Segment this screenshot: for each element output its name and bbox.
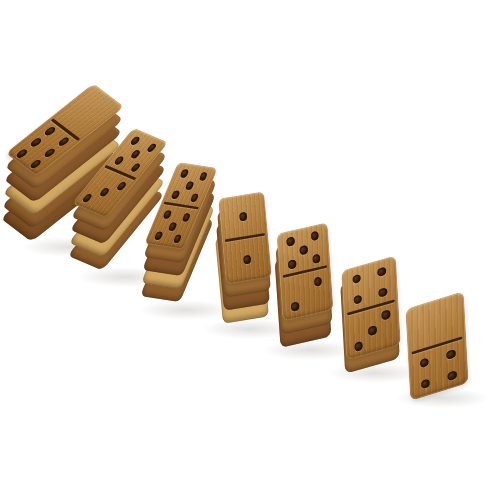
- pip: [180, 169, 189, 178]
- pip: [16, 148, 29, 158]
- domino-stack-2-five-three[interactable]: [89, 123, 151, 223]
- pip: [314, 276, 322, 286]
- domino-stack-7-blank-four[interactable]: [406, 296, 468, 396]
- pip: [291, 301, 299, 311]
- pip: [99, 187, 110, 197]
- pip: [353, 294, 362, 305]
- pip: [146, 143, 157, 153]
- pip: [377, 266, 386, 277]
- pip: [130, 163, 141, 173]
- pip: [421, 378, 430, 389]
- domino-half-near-1: [222, 234, 272, 284]
- pip: [199, 172, 208, 181]
- pip: [311, 231, 319, 241]
- pip: [30, 137, 43, 147]
- pip: [130, 136, 141, 146]
- domino-stack-5-five-two[interactable]: [274, 222, 336, 322]
- pip: [43, 148, 56, 158]
- pip: [82, 193, 93, 203]
- pip: [420, 357, 429, 368]
- pip: [163, 210, 172, 219]
- pip: [182, 213, 191, 222]
- pip: [190, 193, 199, 202]
- domino-stack-4-double-one[interactable]: [214, 188, 276, 288]
- pip: [288, 259, 296, 269]
- pip: [286, 236, 294, 246]
- dominoes-photo: [0, 0, 500, 500]
- pip: [448, 370, 457, 381]
- domino-face-5-2[interactable]: [277, 222, 334, 322]
- pip: [368, 325, 377, 336]
- pip: [243, 255, 251, 264]
- pip: [378, 287, 387, 298]
- domino-stack-6-four-three[interactable]: [340, 258, 402, 358]
- domino-stack-3-double-five[interactable]: [150, 156, 212, 256]
- pip: [312, 254, 320, 264]
- pip: [29, 159, 42, 169]
- stack-shadow: [138, 300, 234, 320]
- pip: [446, 349, 455, 360]
- domino-face-1-1[interactable]: [218, 191, 272, 284]
- domino-face-0-4[interactable]: [405, 291, 468, 401]
- pip: [44, 126, 57, 136]
- pip: [116, 181, 127, 191]
- pip: [130, 149, 141, 159]
- pip: [154, 231, 163, 240]
- pip: [173, 234, 182, 243]
- pip: [171, 190, 180, 199]
- pip: [185, 181, 194, 190]
- pip: [239, 212, 247, 221]
- pip: [168, 222, 177, 231]
- pip: [354, 341, 363, 352]
- pip: [381, 309, 390, 320]
- pip: [299, 245, 307, 255]
- pip: [113, 156, 124, 166]
- domino-stack-1-blank-six[interactable]: [34, 80, 96, 180]
- domino-face-4-3[interactable]: [341, 255, 401, 361]
- pip: [352, 273, 361, 284]
- pip: [57, 136, 70, 146]
